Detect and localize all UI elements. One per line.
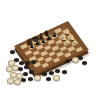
checker-dark bbox=[62, 70, 67, 74]
checker-dark bbox=[49, 71, 54, 75]
piece-white-pawn: ♟ bbox=[56, 39, 61, 45]
piece-white-pawn: ♟ bbox=[64, 39, 69, 45]
checker-dark bbox=[82, 61, 87, 65]
checker-light bbox=[6, 66, 13, 72]
piece-black-pawn: ♟ bbox=[29, 43, 34, 49]
piece-black-pawn: ♟ bbox=[35, 40, 40, 46]
checker-dark bbox=[31, 60, 36, 64]
checker-dark bbox=[65, 59, 70, 63]
checker-dark bbox=[24, 65, 29, 69]
checker-light bbox=[34, 75, 41, 81]
checker-dark bbox=[29, 70, 34, 74]
checker-light bbox=[72, 57, 79, 63]
checker-dark bbox=[10, 50, 15, 54]
checker-dark bbox=[18, 67, 23, 71]
product-photo-scene: ♛♚♝♞♟♟♟♟♟♟♟♟♟♟♟♞♟ bbox=[0, 0, 100, 100]
checker-dark bbox=[46, 77, 51, 81]
piece-black-pawn: ♟ bbox=[46, 35, 51, 41]
checker-dark bbox=[23, 72, 28, 76]
piece-white-pawn: ♟ bbox=[72, 40, 77, 46]
checker-light bbox=[7, 78, 14, 84]
piece-black-pawn: ♟ bbox=[40, 37, 45, 43]
checker-dark bbox=[28, 77, 33, 81]
checker-dark bbox=[42, 72, 47, 76]
checker-light bbox=[53, 75, 60, 81]
square-h1 bbox=[75, 47, 83, 53]
checker-dark bbox=[19, 61, 24, 65]
checker-dark bbox=[21, 78, 26, 82]
checker-light bbox=[14, 79, 21, 85]
checker-dark bbox=[55, 69, 60, 73]
